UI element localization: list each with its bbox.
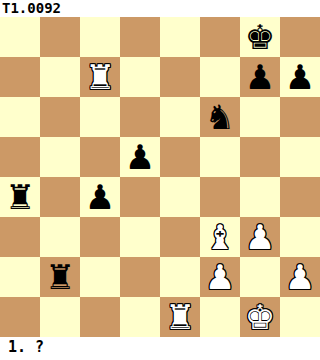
square-f6[interactable]: ♞ [200,97,240,137]
square-c6[interactable] [80,97,120,137]
square-f1[interactable] [200,297,240,337]
piece-white-pawn: ♟ [285,257,315,297]
square-a2[interactable] [0,257,40,297]
square-h7[interactable]: ♟ [280,57,320,97]
chess-board: ♚♜♟♟♞♟♜♟♝♟♜♟♟♜♚ [0,17,320,337]
square-d7[interactable] [120,57,160,97]
square-g1[interactable]: ♚ [240,297,280,337]
square-c5[interactable] [80,137,120,177]
piece-white-rook: ♜ [165,297,195,337]
square-e6[interactable] [160,97,200,137]
piece-black-rook: ♜ [45,257,75,297]
square-e7[interactable] [160,57,200,97]
square-g5[interactable] [240,137,280,177]
piece-black-king: ♚ [245,17,275,57]
square-h8[interactable] [280,17,320,57]
square-h1[interactable] [280,297,320,337]
square-h5[interactable] [280,137,320,177]
piece-white-pawn: ♟ [245,217,275,257]
square-a6[interactable] [0,97,40,137]
square-f3[interactable]: ♝ [200,217,240,257]
square-a4[interactable]: ♜ [0,177,40,217]
square-d4[interactable] [120,177,160,217]
square-g6[interactable] [240,97,280,137]
square-b8[interactable] [40,17,80,57]
square-f2[interactable]: ♟ [200,257,240,297]
square-g7[interactable]: ♟ [240,57,280,97]
square-b7[interactable] [40,57,80,97]
square-e5[interactable] [160,137,200,177]
puzzle-id: T1.0092 [0,0,320,17]
square-c3[interactable] [80,217,120,257]
move-prompt: 1. ? [0,337,320,360]
piece-black-pawn: ♟ [85,177,115,217]
square-e4[interactable] [160,177,200,217]
piece-white-pawn: ♟ [205,257,235,297]
square-f7[interactable] [200,57,240,97]
piece-black-pawn: ♟ [245,57,275,97]
square-e3[interactable] [160,217,200,257]
piece-white-rook: ♜ [85,57,115,97]
square-f5[interactable] [200,137,240,177]
piece-white-bishop: ♝ [205,217,235,257]
square-b6[interactable] [40,97,80,137]
square-b2[interactable]: ♜ [40,257,80,297]
square-e8[interactable] [160,17,200,57]
square-b4[interactable] [40,177,80,217]
square-d6[interactable] [120,97,160,137]
square-b5[interactable] [40,137,80,177]
square-b3[interactable] [40,217,80,257]
square-h3[interactable] [280,217,320,257]
square-c8[interactable] [80,17,120,57]
square-a1[interactable] [0,297,40,337]
square-g4[interactable] [240,177,280,217]
square-a8[interactable] [0,17,40,57]
square-c1[interactable] [80,297,120,337]
square-c4[interactable]: ♟ [80,177,120,217]
piece-black-pawn: ♟ [285,57,315,97]
square-g2[interactable] [240,257,280,297]
piece-white-king: ♚ [245,297,275,337]
square-d2[interactable] [120,257,160,297]
square-e1[interactable]: ♜ [160,297,200,337]
square-d5[interactable]: ♟ [120,137,160,177]
square-g3[interactable]: ♟ [240,217,280,257]
square-b1[interactable] [40,297,80,337]
square-a5[interactable] [0,137,40,177]
square-g8[interactable]: ♚ [240,17,280,57]
square-h2[interactable]: ♟ [280,257,320,297]
square-h6[interactable] [280,97,320,137]
square-d8[interactable] [120,17,160,57]
square-a3[interactable] [0,217,40,257]
square-f4[interactable] [200,177,240,217]
square-h4[interactable] [280,177,320,217]
square-f8[interactable] [200,17,240,57]
square-c7[interactable]: ♜ [80,57,120,97]
piece-black-rook: ♜ [5,177,35,217]
piece-black-knight: ♞ [205,97,235,137]
chess-puzzle-page: T1.0092 ♚♜♟♟♞♟♜♟♝♟♜♟♟♜♚ 1. ? [0,0,320,360]
square-e2[interactable] [160,257,200,297]
square-a7[interactable] [0,57,40,97]
piece-black-pawn: ♟ [125,137,155,177]
square-c2[interactable] [80,257,120,297]
square-d1[interactable] [120,297,160,337]
square-d3[interactable] [120,217,160,257]
